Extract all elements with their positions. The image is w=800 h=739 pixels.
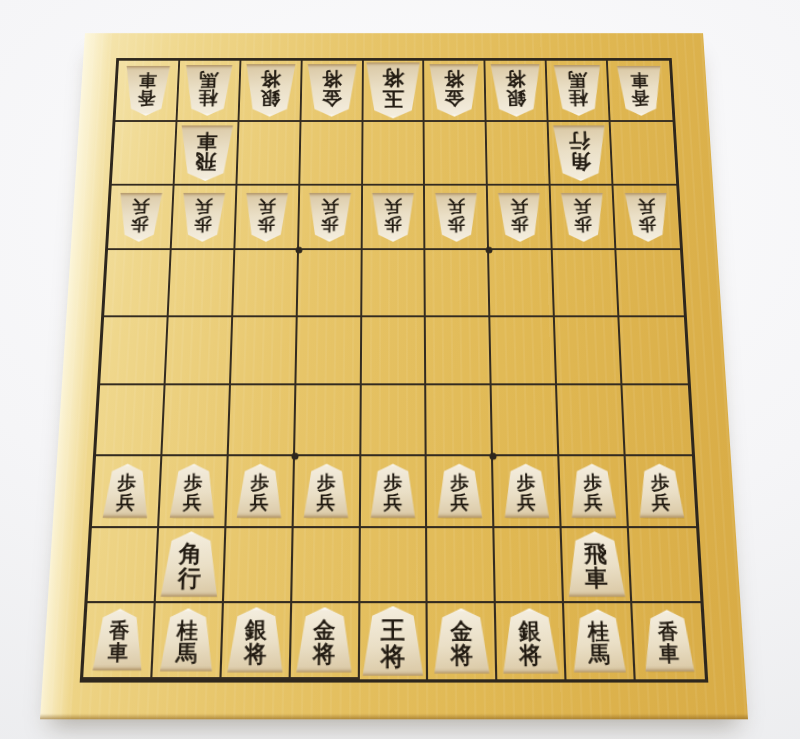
piece-knight-sente[interactable]: 桂馬 (571, 609, 626, 672)
square-2-6[interactable] (557, 386, 625, 456)
hoshi-dot (490, 452, 497, 459)
square-8-6[interactable] (162, 386, 230, 456)
square-2-8[interactable]: 飛車 (562, 528, 633, 602)
piece-kanji: 歩兵 (450, 470, 469, 513)
square-2-2[interactable]: 角行 (549, 122, 614, 185)
piece-lance-sente[interactable]: 香車 (92, 609, 145, 671)
piece-kanji: 桂馬 (567, 71, 587, 111)
square-5-2[interactable] (363, 122, 426, 185)
board-grid: 香車桂馬銀将金将玉将金将銀将桂馬香車飛車角行歩兵歩兵歩兵歩兵歩兵歩兵歩兵歩兵歩兵… (80, 58, 709, 682)
piece-kanji: 歩兵 (321, 198, 339, 236)
square-5-7[interactable]: 歩兵 (360, 456, 427, 528)
piece-kanji: 金将 (321, 70, 341, 112)
piece-pawn-gote[interactable]: 歩兵 (118, 193, 163, 242)
piece-pawn-gote[interactable]: 歩兵 (497, 193, 541, 242)
piece-kanji: 歩兵 (510, 198, 528, 236)
piece-kanji: 香車 (657, 617, 680, 664)
square-3-1[interactable]: 銀将 (486, 61, 549, 123)
piece-kanji: 金将 (450, 615, 473, 667)
square-9-9[interactable]: 香車 (83, 603, 156, 680)
piece-gold-gote[interactable]: 金将 (306, 64, 357, 116)
square-9-3[interactable]: 歩兵 (108, 185, 174, 250)
square-4-4[interactable] (426, 250, 491, 317)
square-4-7[interactable]: 歩兵 (427, 456, 495, 528)
piece-kanji: 飛車 (195, 131, 218, 176)
piece-kanji: 銀将 (518, 615, 542, 667)
square-9-5[interactable] (100, 317, 168, 385)
piece-bishop-gote[interactable]: 角行 (553, 125, 608, 181)
piece-kanji: 歩兵 (250, 470, 270, 513)
piece-gold-sente[interactable]: 金将 (296, 607, 353, 672)
piece-pawn-sente[interactable]: 歩兵 (102, 464, 150, 518)
square-1-4[interactable] (616, 250, 683, 317)
piece-kanji: 歩兵 (183, 470, 203, 513)
piece-silver-sente[interactable]: 銀将 (501, 608, 559, 673)
photo-scene: 香車桂馬銀将金将玉将金将銀将桂馬香車飛車角行歩兵歩兵歩兵歩兵歩兵歩兵歩兵歩兵歩兵… (0, 0, 800, 739)
square-3-5[interactable] (491, 317, 558, 385)
square-7-5[interactable] (231, 317, 298, 385)
piece-kanji: 銀将 (244, 614, 268, 666)
square-8-1[interactable]: 桂馬 (177, 61, 241, 123)
piece-kanji: 桂馬 (587, 616, 610, 666)
piece-kanji: 歩兵 (573, 198, 592, 236)
piece-rook-gote[interactable]: 飛車 (178, 125, 233, 181)
piece-kanji: 歩兵 (194, 198, 213, 236)
square-6-1[interactable]: 金将 (301, 61, 363, 123)
square-1-8[interactable] (629, 528, 700, 602)
square-9-1[interactable]: 香車 (115, 61, 180, 123)
square-2-9[interactable]: 桂馬 (564, 603, 636, 680)
hoshi-dot (486, 247, 493, 254)
square-6-2[interactable] (300, 122, 363, 185)
square-8-8[interactable]: 角行 (156, 528, 227, 602)
square-1-5[interactable] (619, 317, 687, 385)
square-3-9[interactable]: 銀将 (496, 603, 567, 680)
square-3-6[interactable] (492, 386, 560, 456)
square-5-3[interactable]: 歩兵 (362, 185, 426, 250)
square-7-2[interactable] (237, 122, 301, 185)
piece-knight-gote[interactable]: 桂馬 (184, 65, 233, 116)
square-6-5[interactable] (296, 317, 362, 385)
piece-kanji: 桂馬 (176, 615, 199, 665)
square-7-7[interactable]: 歩兵 (226, 456, 295, 528)
square-8-9[interactable]: 桂馬 (152, 603, 224, 680)
square-4-1[interactable]: 金将 (425, 61, 487, 123)
square-9-4[interactable] (104, 250, 171, 317)
square-5-8[interactable] (360, 528, 428, 602)
square-9-6[interactable] (96, 386, 165, 456)
square-8-3[interactable]: 歩兵 (172, 185, 238, 250)
square-2-4[interactable] (553, 250, 620, 317)
square-1-9[interactable]: 香車 (632, 603, 705, 680)
piece-pawn-sente[interactable]: 歩兵 (569, 464, 616, 518)
piece-bishop-sente[interactable]: 角行 (160, 532, 220, 597)
piece-king-gote[interactable]: 玉将 (365, 63, 420, 119)
piece-rook-sente[interactable]: 飛車 (566, 532, 626, 597)
piece-pawn-sente[interactable]: 歩兵 (437, 464, 483, 518)
square-8-7[interactable]: 歩兵 (159, 456, 228, 528)
square-1-2[interactable] (611, 122, 677, 185)
piece-pawn-sente[interactable]: 歩兵 (236, 464, 283, 518)
piece-king-sente[interactable]: 王将 (362, 606, 424, 676)
square-1-7[interactable]: 歩兵 (626, 456, 696, 528)
square-4-2[interactable] (425, 122, 488, 185)
square-3-4[interactable] (489, 250, 555, 317)
piece-kanji: 歩兵 (650, 470, 671, 513)
board-front-edge (40, 714, 748, 720)
piece-pawn-gote[interactable]: 歩兵 (371, 193, 414, 242)
square-8-4[interactable] (168, 250, 235, 317)
square-4-6[interactable] (427, 386, 494, 456)
piece-kanji: 歩兵 (317, 470, 336, 513)
piece-gold-gote[interactable]: 金将 (429, 64, 480, 116)
piece-pawn-sente[interactable]: 歩兵 (169, 464, 216, 518)
piece-pawn-sente[interactable]: 歩兵 (637, 464, 685, 518)
square-7-8[interactable] (224, 528, 294, 602)
piece-kanji: 玉将 (382, 68, 404, 113)
square-3-2[interactable] (487, 122, 551, 185)
square-6-6[interactable] (295, 386, 362, 456)
square-8-2[interactable]: 飛車 (174, 122, 239, 185)
square-5-4[interactable] (362, 250, 426, 317)
square-6-3[interactable]: 歩兵 (299, 185, 363, 250)
square-6-8[interactable] (292, 528, 361, 602)
piece-kanji: 歩兵 (384, 470, 403, 513)
piece-kanji: 桂馬 (198, 71, 219, 111)
piece-pawn-sente[interactable]: 歩兵 (303, 464, 349, 518)
square-1-1[interactable]: 香車 (608, 61, 673, 123)
piece-pawn-gote[interactable]: 歩兵 (245, 193, 289, 242)
square-2-7[interactable]: 歩兵 (560, 456, 629, 528)
piece-pawn-gote[interactable]: 歩兵 (308, 193, 351, 242)
square-6-4[interactable] (297, 250, 362, 317)
square-5-1[interactable]: 玉将 (363, 61, 425, 123)
piece-lance-gote[interactable]: 香車 (617, 66, 664, 116)
piece-silver-gote[interactable]: 銀将 (490, 64, 542, 116)
square-7-6[interactable] (228, 386, 296, 456)
piece-lance-gote[interactable]: 香車 (123, 66, 170, 116)
square-4-8[interactable] (428, 528, 497, 602)
piece-kanji: 歩兵 (257, 198, 276, 236)
square-9-2[interactable] (112, 122, 178, 185)
piece-kanji: 香車 (107, 616, 130, 663)
piece-kanji: 歩兵 (637, 198, 656, 236)
piece-kanji: 歩兵 (131, 198, 150, 236)
square-3-8[interactable] (495, 528, 565, 602)
square-7-9[interactable]: 銀将 (221, 603, 292, 680)
square-4-3[interactable]: 歩兵 (425, 185, 489, 250)
piece-pawn-gote[interactable]: 歩兵 (560, 193, 605, 242)
piece-kanji: 角行 (569, 131, 592, 176)
piece-kanji: 歩兵 (583, 470, 603, 513)
piece-kanji: 歩兵 (116, 470, 137, 513)
square-4-9[interactable]: 金将 (428, 603, 498, 680)
piece-kanji: 王将 (381, 613, 405, 669)
piece-knight-gote[interactable]: 桂馬 (553, 65, 602, 116)
piece-silver-sente[interactable]: 銀将 (227, 607, 285, 672)
piece-kanji: 角行 (178, 538, 203, 591)
square-2-3[interactable]: 歩兵 (551, 185, 617, 250)
piece-kanji: 歩兵 (447, 198, 465, 236)
square-3-3[interactable]: 歩兵 (488, 185, 553, 250)
square-7-1[interactable]: 銀将 (239, 61, 302, 123)
square-5-9[interactable]: 王将 (359, 603, 428, 680)
piece-kanji: 歩兵 (384, 198, 402, 236)
square-9-8[interactable] (88, 528, 159, 602)
square-3-7[interactable]: 歩兵 (493, 456, 562, 528)
piece-pawn-sente[interactable]: 歩兵 (370, 464, 415, 518)
piece-knight-sente[interactable]: 桂馬 (159, 608, 214, 671)
square-6-9[interactable]: 金将 (290, 603, 360, 680)
piece-kanji: 金将 (444, 70, 464, 112)
piece-kanji: 香車 (630, 71, 650, 109)
square-7-3[interactable]: 歩兵 (235, 185, 300, 250)
square-8-5[interactable] (165, 317, 233, 385)
square-4-5[interactable] (426, 317, 492, 385)
piece-gold-sente[interactable]: 金将 (433, 608, 490, 673)
square-1-6[interactable] (623, 386, 692, 456)
shogi-board: 香車桂馬銀将金将玉将金将銀将桂馬香車飛車角行歩兵歩兵歩兵歩兵歩兵歩兵歩兵歩兵歩兵… (40, 33, 748, 719)
square-5-6[interactable] (361, 386, 427, 456)
piece-kanji: 香車 (137, 71, 157, 109)
piece-pawn-gote[interactable]: 歩兵 (181, 193, 226, 242)
square-6-7[interactable]: 歩兵 (293, 456, 361, 528)
square-2-1[interactable]: 桂馬 (547, 61, 611, 123)
piece-pawn-gote[interactable]: 歩兵 (435, 193, 478, 242)
piece-kanji: 歩兵 (517, 470, 537, 513)
piece-kanji: 銀将 (506, 70, 527, 112)
piece-lance-sente[interactable]: 香車 (642, 610, 695, 672)
square-5-5[interactable] (361, 317, 426, 385)
square-7-4[interactable] (233, 250, 299, 317)
piece-kanji: 銀将 (259, 70, 280, 112)
square-1-3[interactable]: 歩兵 (614, 185, 680, 250)
piece-pawn-gote[interactable]: 歩兵 (624, 193, 669, 242)
piece-kanji: 飛車 (583, 538, 608, 591)
piece-silver-gote[interactable]: 銀将 (244, 64, 296, 116)
piece-kanji: 金将 (313, 614, 336, 666)
piece-pawn-sente[interactable]: 歩兵 (503, 464, 550, 518)
square-2-5[interactable] (555, 317, 623, 385)
square-9-7[interactable]: 歩兵 (92, 456, 162, 528)
